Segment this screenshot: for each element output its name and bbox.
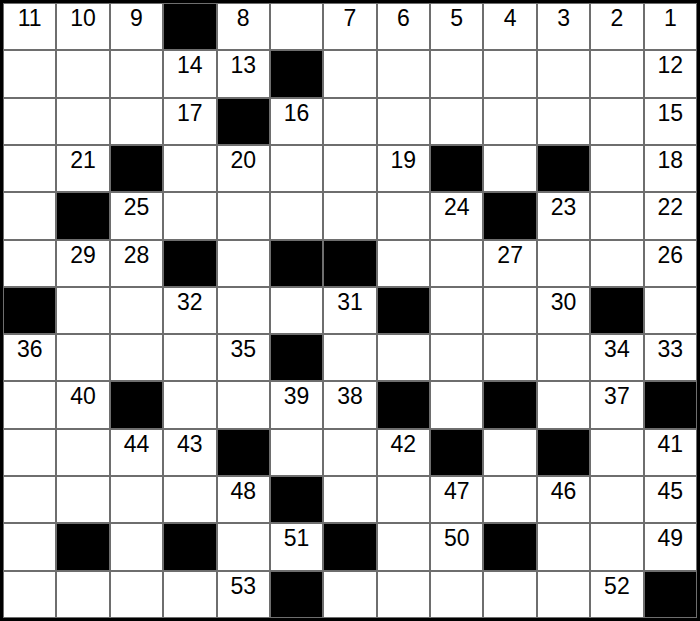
cell-r11c10[interactable] xyxy=(483,476,536,523)
block-cell-r5c2 xyxy=(56,192,109,239)
cell-r1c3[interactable]: 9 xyxy=(110,3,163,50)
cell-r9c5[interactable] xyxy=(217,381,270,428)
crossword-grid: 1110987654321141312171615212019182524232… xyxy=(0,0,700,621)
clue-number-28: 28 xyxy=(111,243,162,267)
cell-r4c12[interactable] xyxy=(590,145,643,192)
cell-r6c10[interactable]: 27 xyxy=(483,240,536,287)
cell-r5c11[interactable]: 23 xyxy=(537,192,590,239)
block-cell-r9c8 xyxy=(377,381,430,428)
cell-r10c3[interactable]: 44 xyxy=(110,429,163,476)
clue-number-1: 1 xyxy=(645,6,696,30)
cell-r8c3[interactable] xyxy=(110,334,163,381)
cell-r12c6[interactable]: 51 xyxy=(270,523,323,570)
cell-r13c9[interactable] xyxy=(430,571,483,618)
cell-r10c12[interactable] xyxy=(590,429,643,476)
cell-r3c4[interactable]: 17 xyxy=(163,98,216,145)
cell-r7c11[interactable]: 30 xyxy=(537,287,590,334)
cell-r9c4[interactable] xyxy=(163,381,216,428)
cell-r12c8[interactable] xyxy=(377,523,430,570)
clue-number-25: 25 xyxy=(111,195,162,219)
cell-r4c6[interactable] xyxy=(270,145,323,192)
clue-number-38: 38 xyxy=(324,384,375,408)
clue-number-40: 40 xyxy=(57,384,108,408)
cell-r9c12[interactable]: 37 xyxy=(590,381,643,428)
cell-r8c5[interactable]: 35 xyxy=(217,334,270,381)
clue-number-12: 12 xyxy=(645,53,696,77)
block-cell-r7c12 xyxy=(590,287,643,334)
cell-r8c4[interactable] xyxy=(163,334,216,381)
clue-number-37: 37 xyxy=(591,384,642,408)
cell-r6c1[interactable] xyxy=(3,240,56,287)
cell-r13c4[interactable] xyxy=(163,571,216,618)
cell-r7c7[interactable]: 31 xyxy=(323,287,376,334)
cell-r8c1[interactable]: 36 xyxy=(3,334,56,381)
cell-r4c7[interactable] xyxy=(323,145,376,192)
cell-r10c4[interactable]: 43 xyxy=(163,429,216,476)
cell-r8c2[interactable] xyxy=(56,334,109,381)
block-cell-r10c9 xyxy=(430,429,483,476)
cell-r7c6[interactable] xyxy=(270,287,323,334)
clue-number-9: 9 xyxy=(111,6,162,30)
cell-r5c8[interactable] xyxy=(377,192,430,239)
clue-number-52: 52 xyxy=(591,574,642,598)
cell-r5c3[interactable]: 25 xyxy=(110,192,163,239)
cell-r8c10[interactable] xyxy=(483,334,536,381)
cell-r7c9[interactable] xyxy=(430,287,483,334)
cell-r5c1[interactable] xyxy=(3,192,56,239)
cell-r11c5[interactable]: 48 xyxy=(217,476,270,523)
cell-r13c11[interactable] xyxy=(537,571,590,618)
cell-r3c11[interactable] xyxy=(537,98,590,145)
cell-r9c1[interactable] xyxy=(3,381,56,428)
cell-r13c2[interactable] xyxy=(56,571,109,618)
cell-r13c8[interactable] xyxy=(377,571,430,618)
cell-r7c3[interactable] xyxy=(110,287,163,334)
cell-r10c6[interactable] xyxy=(270,429,323,476)
cell-r1c10[interactable]: 4 xyxy=(483,3,536,50)
clue-number-41: 41 xyxy=(645,432,696,456)
cell-r6c3[interactable]: 28 xyxy=(110,240,163,287)
cell-r1c5[interactable]: 8 xyxy=(217,3,270,50)
clue-number-51: 51 xyxy=(271,526,322,550)
block-cell-r10c11 xyxy=(537,429,590,476)
cell-r4c10[interactable] xyxy=(483,145,536,192)
block-cell-r7c8 xyxy=(377,287,430,334)
cell-r4c5[interactable]: 20 xyxy=(217,145,270,192)
cell-r5c5[interactable] xyxy=(217,192,270,239)
cell-r6c8[interactable] xyxy=(377,240,430,287)
block-cell-r5c10 xyxy=(483,192,536,239)
block-cell-r1c4 xyxy=(163,3,216,50)
clue-number-31: 31 xyxy=(324,290,375,314)
clue-number-2: 2 xyxy=(591,6,642,30)
cell-r5c12[interactable] xyxy=(590,192,643,239)
clue-number-35: 35 xyxy=(218,337,269,361)
cell-r11c8[interactable] xyxy=(377,476,430,523)
cell-r7c10[interactable] xyxy=(483,287,536,334)
cell-r2c13[interactable]: 12 xyxy=(644,50,697,97)
cell-r4c2[interactable]: 21 xyxy=(56,145,109,192)
clue-number-10: 10 xyxy=(57,6,108,30)
block-cell-r12c10 xyxy=(483,523,536,570)
cell-r2c2[interactable] xyxy=(56,50,109,97)
clue-number-16: 16 xyxy=(271,101,322,125)
clue-number-53: 53 xyxy=(218,574,269,598)
block-cell-r9c3 xyxy=(110,381,163,428)
block-cell-r12c7 xyxy=(323,523,376,570)
cell-r6c12[interactable] xyxy=(590,240,643,287)
cell-r11c11[interactable]: 46 xyxy=(537,476,590,523)
clue-number-29: 29 xyxy=(57,243,108,267)
cell-r1c2[interactable]: 10 xyxy=(56,3,109,50)
cell-r13c10[interactable] xyxy=(483,571,536,618)
cell-r4c4[interactable] xyxy=(163,145,216,192)
clue-number-47: 47 xyxy=(431,479,482,503)
cell-r9c7[interactable]: 38 xyxy=(323,381,376,428)
block-cell-r6c7 xyxy=(323,240,376,287)
clue-number-11: 11 xyxy=(4,6,55,30)
cell-r3c8[interactable] xyxy=(377,98,430,145)
clue-number-15: 15 xyxy=(645,101,696,125)
cell-r3c12[interactable] xyxy=(590,98,643,145)
cell-r8c9[interactable] xyxy=(430,334,483,381)
clue-number-27: 27 xyxy=(484,243,535,267)
cell-r10c7[interactable] xyxy=(323,429,376,476)
block-cell-r10c5 xyxy=(217,429,270,476)
cell-r9c9[interactable] xyxy=(430,381,483,428)
block-cell-r13c13 xyxy=(644,571,697,618)
clue-number-43: 43 xyxy=(164,432,215,456)
cell-r1c1[interactable]: 11 xyxy=(3,3,56,50)
cell-r8c11[interactable] xyxy=(537,334,590,381)
cell-r1c6[interactable] xyxy=(270,3,323,50)
cell-r1c12[interactable]: 2 xyxy=(590,3,643,50)
clue-number-34: 34 xyxy=(591,337,642,361)
cell-r11c7[interactable] xyxy=(323,476,376,523)
clue-number-13: 13 xyxy=(218,53,269,77)
cell-r12c1[interactable] xyxy=(3,523,56,570)
cell-r11c2[interactable] xyxy=(56,476,109,523)
cell-r11c1[interactable] xyxy=(3,476,56,523)
clue-number-20: 20 xyxy=(218,148,269,172)
cell-r12c9[interactable]: 50 xyxy=(430,523,483,570)
cell-r8c7[interactable] xyxy=(323,334,376,381)
clue-number-50: 50 xyxy=(431,526,482,550)
clue-number-22: 22 xyxy=(645,195,696,219)
clue-number-21: 21 xyxy=(57,148,108,172)
clue-number-36: 36 xyxy=(4,337,55,361)
cell-r2c10[interactable] xyxy=(483,50,536,97)
cell-r11c4[interactable] xyxy=(163,476,216,523)
clue-number-23: 23 xyxy=(538,195,589,219)
cell-r2c8[interactable] xyxy=(377,50,430,97)
clue-number-7: 7 xyxy=(324,6,375,30)
cell-r10c13[interactable]: 41 xyxy=(644,429,697,476)
block-cell-r11c6 xyxy=(270,476,323,523)
clue-number-5: 5 xyxy=(431,6,482,30)
cell-r5c7[interactable] xyxy=(323,192,376,239)
cell-r13c7[interactable] xyxy=(323,571,376,618)
block-cell-r4c9 xyxy=(430,145,483,192)
cell-r6c9[interactable] xyxy=(430,240,483,287)
cell-r13c5[interactable]: 53 xyxy=(217,571,270,618)
clue-number-18: 18 xyxy=(645,148,696,172)
block-cell-r4c11 xyxy=(537,145,590,192)
clue-number-17: 17 xyxy=(164,101,215,125)
block-cell-r9c13 xyxy=(644,381,697,428)
clue-number-33: 33 xyxy=(645,337,696,361)
cell-r3c10[interactable] xyxy=(483,98,536,145)
cell-r6c13[interactable]: 26 xyxy=(644,240,697,287)
clue-number-32: 32 xyxy=(164,290,215,314)
cell-r2c1[interactable] xyxy=(3,50,56,97)
cell-r10c10[interactable] xyxy=(483,429,536,476)
cell-r12c11[interactable] xyxy=(537,523,590,570)
cell-r7c13[interactable] xyxy=(644,287,697,334)
cell-r11c12[interactable] xyxy=(590,476,643,523)
clue-number-4: 4 xyxy=(484,6,535,30)
cell-r3c2[interactable] xyxy=(56,98,109,145)
cell-r2c5[interactable]: 13 xyxy=(217,50,270,97)
clue-number-24: 24 xyxy=(431,195,482,219)
clue-number-39: 39 xyxy=(271,384,322,408)
cell-r12c3[interactable] xyxy=(110,523,163,570)
cell-r7c5[interactable] xyxy=(217,287,270,334)
cell-r5c13[interactable]: 22 xyxy=(644,192,697,239)
cell-r13c12[interactable]: 52 xyxy=(590,571,643,618)
cell-r1c11[interactable]: 3 xyxy=(537,3,590,50)
cell-r1c9[interactable]: 5 xyxy=(430,3,483,50)
cell-r2c3[interactable] xyxy=(110,50,163,97)
cell-r12c12[interactable] xyxy=(590,523,643,570)
cell-r9c6[interactable]: 39 xyxy=(270,381,323,428)
cell-r11c9[interactable]: 47 xyxy=(430,476,483,523)
cell-r2c11[interactable] xyxy=(537,50,590,97)
cell-r1c13[interactable]: 1 xyxy=(644,3,697,50)
clue-number-6: 6 xyxy=(378,6,429,30)
clue-number-14: 14 xyxy=(164,53,215,77)
cell-r6c11[interactable] xyxy=(537,240,590,287)
cell-r11c3[interactable] xyxy=(110,476,163,523)
cell-r12c13[interactable]: 49 xyxy=(644,523,697,570)
cell-r2c12[interactable] xyxy=(590,50,643,97)
clue-number-19: 19 xyxy=(378,148,429,172)
cell-r4c13[interactable]: 18 xyxy=(644,145,697,192)
clue-number-49: 49 xyxy=(645,526,696,550)
cell-r5c6[interactable] xyxy=(270,192,323,239)
clue-number-44: 44 xyxy=(111,432,162,456)
clue-number-26: 26 xyxy=(645,243,696,267)
cell-r8c12[interactable]: 34 xyxy=(590,334,643,381)
cell-r9c2[interactable]: 40 xyxy=(56,381,109,428)
cell-r3c9[interactable] xyxy=(430,98,483,145)
cell-r5c9[interactable]: 24 xyxy=(430,192,483,239)
cell-r4c8[interactable]: 19 xyxy=(377,145,430,192)
cell-r5c4[interactable] xyxy=(163,192,216,239)
cell-r7c2[interactable] xyxy=(56,287,109,334)
cell-r9c11[interactable] xyxy=(537,381,590,428)
cell-r10c2[interactable] xyxy=(56,429,109,476)
cell-r3c1[interactable] xyxy=(3,98,56,145)
block-cell-r12c2 xyxy=(56,523,109,570)
cell-r10c1[interactable] xyxy=(3,429,56,476)
clue-number-45: 45 xyxy=(645,479,696,503)
cell-r12c5[interactable] xyxy=(217,523,270,570)
clue-number-3: 3 xyxy=(538,6,589,30)
cell-r4c1[interactable] xyxy=(3,145,56,192)
block-cell-r2c6 xyxy=(270,50,323,97)
cell-r2c9[interactable] xyxy=(430,50,483,97)
clue-number-46: 46 xyxy=(538,479,589,503)
cell-r10c8[interactable]: 42 xyxy=(377,429,430,476)
cell-r2c4[interactable]: 14 xyxy=(163,50,216,97)
clue-number-8: 8 xyxy=(218,6,269,30)
cell-r3c6[interactable]: 16 xyxy=(270,98,323,145)
clue-number-42: 42 xyxy=(378,432,429,456)
cell-r1c8[interactable]: 6 xyxy=(377,3,430,50)
cell-r8c8[interactable] xyxy=(377,334,430,381)
block-cell-r4c3 xyxy=(110,145,163,192)
cell-r3c7[interactable] xyxy=(323,98,376,145)
block-cell-r12c4 xyxy=(163,523,216,570)
block-cell-r6c6 xyxy=(270,240,323,287)
cell-r2c7[interactable] xyxy=(323,50,376,97)
cell-r13c1[interactable] xyxy=(3,571,56,618)
cell-r3c13[interactable]: 15 xyxy=(644,98,697,145)
block-cell-r13c6 xyxy=(270,571,323,618)
clue-number-48: 48 xyxy=(218,479,269,503)
cell-r11c13[interactable]: 45 xyxy=(644,476,697,523)
block-cell-r7c1 xyxy=(3,287,56,334)
cell-r1c7[interactable]: 7 xyxy=(323,3,376,50)
cell-r8c13[interactable]: 33 xyxy=(644,334,697,381)
cell-r6c5[interactable] xyxy=(217,240,270,287)
block-cell-r6c4 xyxy=(163,240,216,287)
block-cell-r3c5 xyxy=(217,98,270,145)
cell-r13c3[interactable] xyxy=(110,571,163,618)
clue-number-30: 30 xyxy=(538,290,589,314)
cell-r6c2[interactable]: 29 xyxy=(56,240,109,287)
cell-r3c3[interactable] xyxy=(110,98,163,145)
block-cell-r9c10 xyxy=(483,381,536,428)
block-cell-r8c6 xyxy=(270,334,323,381)
cell-r7c4[interactable]: 32 xyxy=(163,287,216,334)
